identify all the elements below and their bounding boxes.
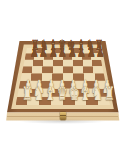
square-e5 xyxy=(63,66,73,73)
square-h7 xyxy=(91,53,101,59)
square-c4 xyxy=(42,73,53,80)
square-b2 xyxy=(29,89,40,97)
ground-shadow xyxy=(4,119,121,128)
rank-row-5 xyxy=(22,66,104,73)
square-b3 xyxy=(30,81,41,89)
square-d8 xyxy=(54,48,63,54)
square-a8 xyxy=(26,48,35,54)
square-b4 xyxy=(31,73,42,80)
square-d5 xyxy=(53,66,63,73)
square-b6 xyxy=(33,60,43,67)
square-c3 xyxy=(41,81,52,89)
square-c1 xyxy=(39,97,51,105)
square-e2 xyxy=(63,89,74,97)
square-c7 xyxy=(44,53,54,59)
square-g8 xyxy=(81,48,90,54)
square-a7 xyxy=(25,53,35,59)
square-g7 xyxy=(82,53,92,59)
square-f4 xyxy=(73,73,84,80)
square-e3 xyxy=(63,81,74,89)
square-g4 xyxy=(84,73,95,80)
square-c6 xyxy=(43,60,53,67)
square-e7 xyxy=(63,53,73,59)
rank-row-2 xyxy=(17,89,108,97)
square-a4 xyxy=(20,73,31,80)
square-b5 xyxy=(32,66,42,73)
square-e6 xyxy=(63,60,73,67)
square-c2 xyxy=(40,89,51,97)
square-d2 xyxy=(51,89,62,97)
square-g3 xyxy=(85,81,96,89)
square-g6 xyxy=(83,60,93,67)
square-e8 xyxy=(63,48,72,54)
square-d4 xyxy=(52,73,63,80)
square-a3 xyxy=(19,81,30,89)
square-c8 xyxy=(44,48,53,54)
square-e4 xyxy=(63,73,74,80)
square-h2 xyxy=(97,89,108,97)
square-f7 xyxy=(72,53,82,59)
square-b7 xyxy=(34,53,44,59)
chessboard xyxy=(0,0,125,162)
rank-row-6 xyxy=(23,60,102,67)
square-d1 xyxy=(51,97,63,105)
square-a2 xyxy=(17,89,28,97)
square-h3 xyxy=(96,81,107,89)
square-a5 xyxy=(22,66,32,73)
square-f3 xyxy=(74,81,85,89)
square-h8 xyxy=(90,48,99,54)
square-e1 xyxy=(63,97,75,105)
square-d3 xyxy=(52,81,63,89)
rank-row-8 xyxy=(26,48,100,54)
rank-row-4 xyxy=(20,73,105,80)
square-d7 xyxy=(53,53,63,59)
square-f5 xyxy=(73,66,83,73)
square-g5 xyxy=(83,66,93,73)
square-h6 xyxy=(92,60,102,67)
square-g1 xyxy=(86,97,98,105)
square-f1 xyxy=(75,97,87,105)
square-f2 xyxy=(74,89,85,97)
square-b1 xyxy=(27,97,39,105)
square-a1 xyxy=(16,97,28,105)
square-h5 xyxy=(93,66,103,73)
square-h4 xyxy=(95,73,106,80)
chess-set-product-photo: ♜♞♝♛♚♝♞♜♟♟♟♟♟♟♟♟♟♟♟♟♟♟♟♟♜♞♝♛♚♝♞♜ xyxy=(0,0,125,162)
rank-row-3 xyxy=(19,81,107,89)
square-b8 xyxy=(35,48,44,54)
rank-row-1 xyxy=(16,97,111,105)
square-g2 xyxy=(86,89,97,97)
square-a6 xyxy=(23,60,33,67)
square-d6 xyxy=(53,60,63,67)
rank-row-7 xyxy=(25,53,101,59)
square-f6 xyxy=(73,60,83,67)
square-f8 xyxy=(72,48,81,54)
square-c5 xyxy=(42,66,52,73)
square-h1 xyxy=(98,97,110,105)
